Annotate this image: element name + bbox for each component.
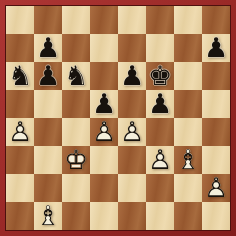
square-b7[interactable]: ♟ [34, 34, 62, 62]
square-f6[interactable]: ♚ [146, 62, 174, 90]
piece-black-knight[interactable]: ♞ [6, 62, 34, 90]
square-d7[interactable] [90, 34, 118, 62]
square-h7[interactable]: ♟ [202, 34, 230, 62]
square-b5[interactable] [34, 90, 62, 118]
square-b6[interactable]: ♟ [34, 62, 62, 90]
piece-white-bishop[interactable]: ♝♗ [34, 202, 62, 230]
square-h4[interactable] [202, 118, 230, 146]
white-pawn-glyph-outline: ♙ [90, 118, 118, 146]
square-g8[interactable] [174, 6, 202, 34]
white-bishop-glyph-outline: ♗ [174, 146, 202, 174]
square-a1[interactable] [6, 202, 34, 230]
square-g5[interactable] [174, 90, 202, 118]
piece-black-pawn[interactable]: ♟ [90, 90, 118, 118]
piece-black-pawn[interactable]: ♟ [34, 34, 62, 62]
square-a6[interactable]: ♞ [6, 62, 34, 90]
white-pawn-glyph-outline: ♙ [146, 146, 174, 174]
square-e4[interactable]: ♟♙ [118, 118, 146, 146]
square-f5[interactable]: ♟ [146, 90, 174, 118]
square-d2[interactable] [90, 174, 118, 202]
square-g2[interactable] [174, 174, 202, 202]
white-bishop-glyph-outline: ♗ [34, 202, 62, 230]
piece-white-king[interactable]: ♚♔ [62, 146, 90, 174]
square-d8[interactable] [90, 6, 118, 34]
square-a7[interactable] [6, 34, 34, 62]
square-h8[interactable] [202, 6, 230, 34]
square-a4[interactable]: ♟♙ [6, 118, 34, 146]
white-pawn-glyph-outline: ♙ [6, 118, 34, 146]
square-e8[interactable] [118, 6, 146, 34]
square-c5[interactable] [62, 90, 90, 118]
square-b2[interactable] [34, 174, 62, 202]
square-c2[interactable] [62, 174, 90, 202]
square-g7[interactable] [174, 34, 202, 62]
square-a8[interactable] [6, 6, 34, 34]
square-f8[interactable] [146, 6, 174, 34]
square-f3[interactable]: ♟♙ [146, 146, 174, 174]
piece-white-pawn[interactable]: ♟♙ [90, 118, 118, 146]
square-d4[interactable]: ♟♙ [90, 118, 118, 146]
square-c1[interactable] [62, 202, 90, 230]
piece-white-pawn[interactable]: ♟♙ [146, 146, 174, 174]
square-e7[interactable] [118, 34, 146, 62]
chess-board: ♟♟♞♟♞♟♚♟♟♟♙♟♙♟♙♚♔♟♙♝♗♟♙♝♗ [6, 6, 230, 230]
square-f7[interactable] [146, 34, 174, 62]
square-h5[interactable] [202, 90, 230, 118]
square-b8[interactable] [34, 6, 62, 34]
square-c7[interactable] [62, 34, 90, 62]
square-d6[interactable] [90, 62, 118, 90]
square-e2[interactable] [118, 174, 146, 202]
square-c6[interactable]: ♞ [62, 62, 90, 90]
square-b1[interactable]: ♝♗ [34, 202, 62, 230]
square-d3[interactable] [90, 146, 118, 174]
piece-black-pawn[interactable]: ♟ [118, 62, 146, 90]
square-h6[interactable] [202, 62, 230, 90]
square-g4[interactable] [174, 118, 202, 146]
piece-black-pawn[interactable]: ♟ [146, 90, 174, 118]
piece-white-pawn[interactable]: ♟♙ [118, 118, 146, 146]
square-a3[interactable] [6, 146, 34, 174]
square-e1[interactable] [118, 202, 146, 230]
square-g3[interactable]: ♝♗ [174, 146, 202, 174]
square-d1[interactable] [90, 202, 118, 230]
square-c4[interactable] [62, 118, 90, 146]
piece-black-knight[interactable]: ♞ [62, 62, 90, 90]
square-d5[interactable]: ♟ [90, 90, 118, 118]
white-pawn-glyph-outline: ♙ [118, 118, 146, 146]
white-king-glyph-outline: ♔ [62, 146, 90, 174]
square-g1[interactable] [174, 202, 202, 230]
piece-black-pawn[interactable]: ♟ [202, 34, 230, 62]
square-h1[interactable] [202, 202, 230, 230]
piece-black-pawn[interactable]: ♟ [34, 62, 62, 90]
square-g6[interactable] [174, 62, 202, 90]
piece-white-pawn[interactable]: ♟♙ [202, 174, 230, 202]
piece-white-pawn[interactable]: ♟♙ [6, 118, 34, 146]
square-b4[interactable] [34, 118, 62, 146]
square-h3[interactable] [202, 146, 230, 174]
square-e6[interactable]: ♟ [118, 62, 146, 90]
piece-black-king[interactable]: ♚ [146, 62, 174, 90]
square-a2[interactable] [6, 174, 34, 202]
square-b3[interactable] [34, 146, 62, 174]
square-f1[interactable] [146, 202, 174, 230]
square-h2[interactable]: ♟♙ [202, 174, 230, 202]
square-f2[interactable] [146, 174, 174, 202]
square-a5[interactable] [6, 90, 34, 118]
square-e3[interactable] [118, 146, 146, 174]
board-frame: ♟♟♞♟♞♟♚♟♟♟♙♟♙♟♙♚♔♟♙♝♗♟♙♝♗ [0, 0, 236, 236]
square-e5[interactable] [118, 90, 146, 118]
piece-white-bishop[interactable]: ♝♗ [174, 146, 202, 174]
square-c3[interactable]: ♚♔ [62, 146, 90, 174]
square-c8[interactable] [62, 6, 90, 34]
square-f4[interactable] [146, 118, 174, 146]
white-pawn-glyph-outline: ♙ [202, 174, 230, 202]
